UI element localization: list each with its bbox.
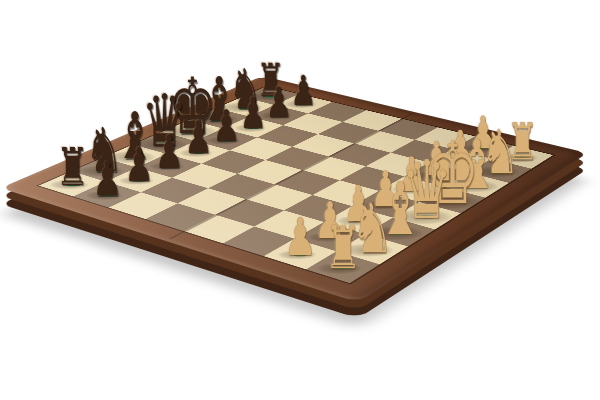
pawn-glyph: ♟ (469, 112, 497, 157)
pawn-glyph: ♟ (422, 137, 451, 183)
piece-shadow (222, 103, 263, 113)
pawn-glyph: ♟ (284, 212, 317, 264)
pawn-glyph: ♟ (265, 81, 292, 123)
piece-white-pawn-e2: ♟ (397, 158, 427, 191)
piece-shadow (87, 191, 122, 200)
piece-shadow (308, 233, 346, 242)
pawn-glyph: ♟ (239, 92, 266, 135)
pieces-layer: ♜♞♝♛♚♝♞♜♟♟♟♟♟♟♟♟♟♟♟♟♟♟♟♟♜♞♝♛♚♝♞♜ (0, 0, 600, 400)
piece-shadow (150, 162, 184, 170)
pawn-glyph: ♟ (124, 142, 154, 189)
knight-glyph: ♞ (351, 194, 394, 262)
felt-base (467, 185, 486, 188)
piece-shadow (133, 138, 187, 151)
piece-shadow (501, 153, 538, 162)
piece-shadow (193, 114, 238, 125)
king-glyph: ♚ (168, 68, 217, 145)
piece-shadow (448, 180, 498, 192)
piece-shadow (107, 151, 155, 163)
felt-base (477, 147, 490, 149)
felt-base (293, 254, 308, 256)
felt-base (273, 115, 285, 117)
felt-base (132, 180, 145, 182)
piece-shadow (78, 165, 123, 176)
queen-glyph: ♛ (401, 150, 452, 231)
felt-base (154, 143, 174, 146)
pawn-glyph: ♟ (314, 196, 346, 247)
felt-base (454, 161, 467, 163)
felt-base (363, 249, 382, 252)
piece-black-king-e8: ♚ (168, 80, 217, 134)
felt-base (430, 174, 443, 176)
piece-white-pawn-b2: ♟ (314, 203, 346, 239)
piece-white-pawn-d2: ♟ (370, 173, 401, 207)
piece-white-pawn-g2: ♟ (446, 131, 475, 163)
felt-base (163, 166, 176, 168)
pawn-glyph: ♟ (343, 180, 374, 230)
piece-shadow (392, 210, 452, 225)
bishop-glyph: ♝ (200, 70, 238, 131)
piece-shadow (318, 263, 361, 274)
bishop-glyph: ♝ (115, 104, 156, 168)
piece-shadow (159, 125, 216, 139)
piece-white-knight-g1: ♞ (481, 131, 520, 174)
piece-black-bishop-c8: ♝ (115, 114, 156, 159)
piece-white-pawn-a2: ♟ (284, 220, 317, 257)
piece-shadow (50, 180, 89, 190)
rook-glyph: ♜ (507, 117, 539, 167)
piece-black-knight-g8: ♞ (228, 71, 263, 110)
felt-base (220, 139, 232, 141)
piece-black-rook-h8: ♜ (256, 66, 285, 98)
felt-base (440, 200, 464, 203)
knight-glyph: ♞ (481, 122, 520, 183)
piece-white-king-e1: ♚ (425, 144, 479, 205)
felt-base (182, 130, 204, 133)
piece-shadow (261, 112, 292, 120)
piece-shadow (207, 136, 239, 144)
pawn-glyph: ♟ (397, 151, 427, 198)
piece-shadow (474, 166, 519, 177)
piece-white-knight-b1: ♞ (351, 205, 394, 253)
piece-shadow (343, 244, 394, 257)
piece-white-bishop-f1: ♝ (455, 141, 498, 188)
felt-base (192, 152, 205, 154)
piece-white-bishop-c1: ♝ (377, 185, 423, 236)
piece-white-pawn-f2: ♟ (422, 144, 451, 177)
knight-glyph: ♞ (85, 121, 123, 182)
rook-glyph: ♜ (324, 220, 361, 279)
felt-base (335, 267, 352, 269)
felt-base (126, 156, 144, 158)
felt-base (247, 127, 259, 129)
piece-shadow (278, 250, 317, 260)
piece-black-pawn-f7: ♟ (239, 99, 266, 129)
piece-black-pawn-g7: ♟ (265, 88, 292, 118)
piece-black-pawn-h7: ♟ (290, 77, 316, 106)
felt-base (65, 184, 80, 186)
felt-base (515, 157, 529, 159)
piece-shadow (179, 149, 212, 157)
piece-white-rook-h1: ♜ (507, 125, 539, 160)
felt-base (379, 204, 393, 206)
pawn-glyph: ♟ (184, 116, 212, 161)
pawn-glyph: ♟ (92, 156, 122, 204)
piece-black-pawn-e7: ♟ (212, 111, 240, 142)
felt-base (238, 107, 253, 109)
felt-base (298, 103, 310, 105)
piece-black-rook-a8: ♜ (56, 150, 89, 187)
felt-base (323, 237, 337, 239)
felt-base (96, 170, 113, 172)
chess-set-photo: ♜♞♝♛♚♝♞♜♟♟♟♟♟♟♟♟♟♟♟♟♟♟♟♟♜♞♝♛♚♝♞♜ (0, 0, 600, 400)
bishop-glyph: ♝ (377, 174, 423, 246)
piece-shadow (441, 157, 475, 165)
piece-shadow (369, 227, 422, 240)
rook-glyph: ♜ (256, 59, 285, 104)
queen-glyph: ♛ (141, 84, 187, 157)
felt-base (491, 171, 508, 173)
piece-white-pawn-c2: ♟ (343, 188, 374, 223)
piece-shadow (119, 176, 154, 185)
piece-shadow (286, 101, 317, 109)
piece-shadow (365, 201, 401, 210)
felt-base (264, 95, 277, 97)
felt-base (416, 216, 439, 219)
felt-base (211, 118, 228, 120)
felt-base (405, 189, 418, 191)
piece-black-pawn-d7: ♟ (184, 123, 212, 155)
knight-glyph: ♞ (228, 62, 263, 117)
piece-white-pawn-h2: ♟ (469, 119, 497, 150)
pawn-glyph: ♟ (446, 124, 475, 169)
piece-black-pawn-b7: ♟ (124, 149, 154, 182)
pawn-glyph: ♟ (290, 70, 316, 111)
piece-black-bishop-f8: ♝ (200, 79, 238, 122)
piece-black-pawn-a7: ♟ (92, 163, 122, 197)
piece-shadow (235, 124, 267, 132)
piece-black-knight-b8: ♞ (85, 130, 123, 173)
piece-shadow (251, 92, 284, 100)
piece-black-queen-d8: ♛ (141, 96, 187, 147)
piece-shadow (337, 216, 374, 225)
piece-shadow (417, 171, 451, 180)
felt-base (390, 232, 410, 235)
bishop-glyph: ♝ (455, 131, 498, 198)
felt-base (352, 220, 366, 222)
rook-glyph: ♜ (56, 142, 89, 194)
felt-base (101, 194, 114, 196)
piece-shadow (391, 186, 426, 195)
king-glyph: ♚ (425, 131, 479, 217)
piece-white-queen-d1: ♛ (401, 163, 452, 220)
pawn-glyph: ♟ (370, 165, 401, 214)
piece-black-pawn-c7: ♟ (155, 136, 184, 168)
piece-shadow (415, 194, 479, 210)
pawn-glyph: ♟ (155, 129, 184, 175)
piece-shadow (464, 144, 497, 152)
piece-white-rook-a1: ♜ (324, 229, 361, 270)
pawn-glyph: ♟ (212, 104, 240, 148)
